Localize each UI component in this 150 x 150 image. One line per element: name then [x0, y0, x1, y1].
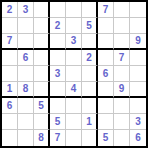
sudoku-cell[interactable] [66, 98, 82, 114]
sudoku-cell[interactable]: 9 [130, 34, 146, 50]
sudoku-cell[interactable]: 4 [66, 82, 82, 98]
sudoku-cell[interactable] [82, 98, 98, 114]
sudoku-cell[interactable]: 6 [2, 98, 18, 114]
sudoku-cell[interactable] [50, 50, 66, 66]
sudoku-cell[interactable] [2, 130, 18, 146]
sudoku-cell[interactable] [82, 66, 98, 82]
sudoku-cell[interactable] [18, 66, 34, 82]
sudoku-cell[interactable] [114, 98, 130, 114]
sudoku-cell[interactable] [82, 2, 98, 18]
sudoku-cell[interactable] [82, 34, 98, 50]
sudoku-cell[interactable]: 3 [18, 2, 34, 18]
sudoku-cell[interactable] [34, 2, 50, 18]
sudoku-cell[interactable] [114, 66, 130, 82]
sudoku-cell[interactable]: 6 [98, 66, 114, 82]
sudoku-cell[interactable]: 5 [34, 98, 50, 114]
sudoku-cell[interactable] [114, 130, 130, 146]
sudoku-cell[interactable] [34, 66, 50, 82]
sudoku-cell[interactable] [98, 34, 114, 50]
sudoku-cell[interactable]: 3 [130, 114, 146, 130]
sudoku-cell[interactable]: 7 [50, 130, 66, 146]
sudoku-cell[interactable]: 5 [82, 18, 98, 34]
sudoku-cell[interactable] [18, 34, 34, 50]
sudoku-cell[interactable] [66, 114, 82, 130]
sudoku-cell[interactable] [98, 50, 114, 66]
sudoku-cell[interactable] [34, 18, 50, 34]
sudoku-cell[interactable] [130, 2, 146, 18]
sudoku-cell[interactable] [66, 18, 82, 34]
sudoku-cell[interactable]: 3 [50, 66, 66, 82]
sudoku-cell[interactable] [82, 82, 98, 98]
sudoku-cell[interactable] [98, 114, 114, 130]
sudoku-cell[interactable]: 2 [50, 18, 66, 34]
sudoku-cell[interactable]: 1 [82, 114, 98, 130]
sudoku-cell[interactable] [34, 114, 50, 130]
sudoku-cell[interactable] [34, 34, 50, 50]
sudoku-cell[interactable] [2, 66, 18, 82]
sudoku-cell[interactable]: 3 [66, 34, 82, 50]
sudoku-cell[interactable] [18, 98, 34, 114]
sudoku-cell[interactable] [18, 130, 34, 146]
sudoku-cell[interactable] [18, 114, 34, 130]
sudoku-cell[interactable] [34, 82, 50, 98]
sudoku-cell[interactable] [2, 18, 18, 34]
sudoku-cell[interactable]: 7 [2, 34, 18, 50]
sudoku-cell[interactable] [114, 114, 130, 130]
sudoku-cell[interactable] [98, 82, 114, 98]
sudoku-cell[interactable]: 8 [34, 130, 50, 146]
sudoku-cell[interactable] [2, 50, 18, 66]
sudoku-cell[interactable]: 6 [18, 50, 34, 66]
sudoku-cell[interactable] [82, 130, 98, 146]
sudoku-cell[interactable] [114, 34, 130, 50]
sudoku-cell[interactable] [2, 114, 18, 130]
sudoku-cell[interactable]: 2 [82, 50, 98, 66]
sudoku-cell[interactable] [66, 66, 82, 82]
sudoku-cell[interactable] [114, 2, 130, 18]
sudoku-cell[interactable] [130, 18, 146, 34]
sudoku-cell[interactable]: 1 [2, 82, 18, 98]
sudoku-cell[interactable]: 9 [114, 82, 130, 98]
sudoku-cell[interactable] [130, 50, 146, 66]
sudoku-cell[interactable]: 8 [18, 82, 34, 98]
sudoku-board: 23725739627361849655138756 [0, 0, 148, 148]
sudoku-cell[interactable] [98, 98, 114, 114]
sudoku-cell[interactable]: 5 [98, 130, 114, 146]
sudoku-cell[interactable] [50, 98, 66, 114]
sudoku-cell[interactable] [66, 2, 82, 18]
sudoku-cell[interactable] [50, 82, 66, 98]
sudoku-cell[interactable]: 2 [2, 2, 18, 18]
sudoku-cell[interactable] [66, 130, 82, 146]
sudoku-cell[interactable] [130, 98, 146, 114]
sudoku-cell[interactable] [114, 18, 130, 34]
sudoku-cell[interactable] [98, 18, 114, 34]
sudoku-cell[interactable] [50, 34, 66, 50]
sudoku-cell[interactable] [50, 2, 66, 18]
sudoku-cell[interactable] [34, 50, 50, 66]
sudoku-cell[interactable]: 7 [114, 50, 130, 66]
sudoku-cell[interactable]: 7 [98, 2, 114, 18]
sudoku-cell[interactable] [130, 82, 146, 98]
sudoku-cell[interactable] [66, 50, 82, 66]
sudoku-cell[interactable]: 6 [130, 130, 146, 146]
sudoku-cell[interactable] [18, 18, 34, 34]
sudoku-cell[interactable] [130, 66, 146, 82]
sudoku-cell[interactable]: 5 [50, 114, 66, 130]
